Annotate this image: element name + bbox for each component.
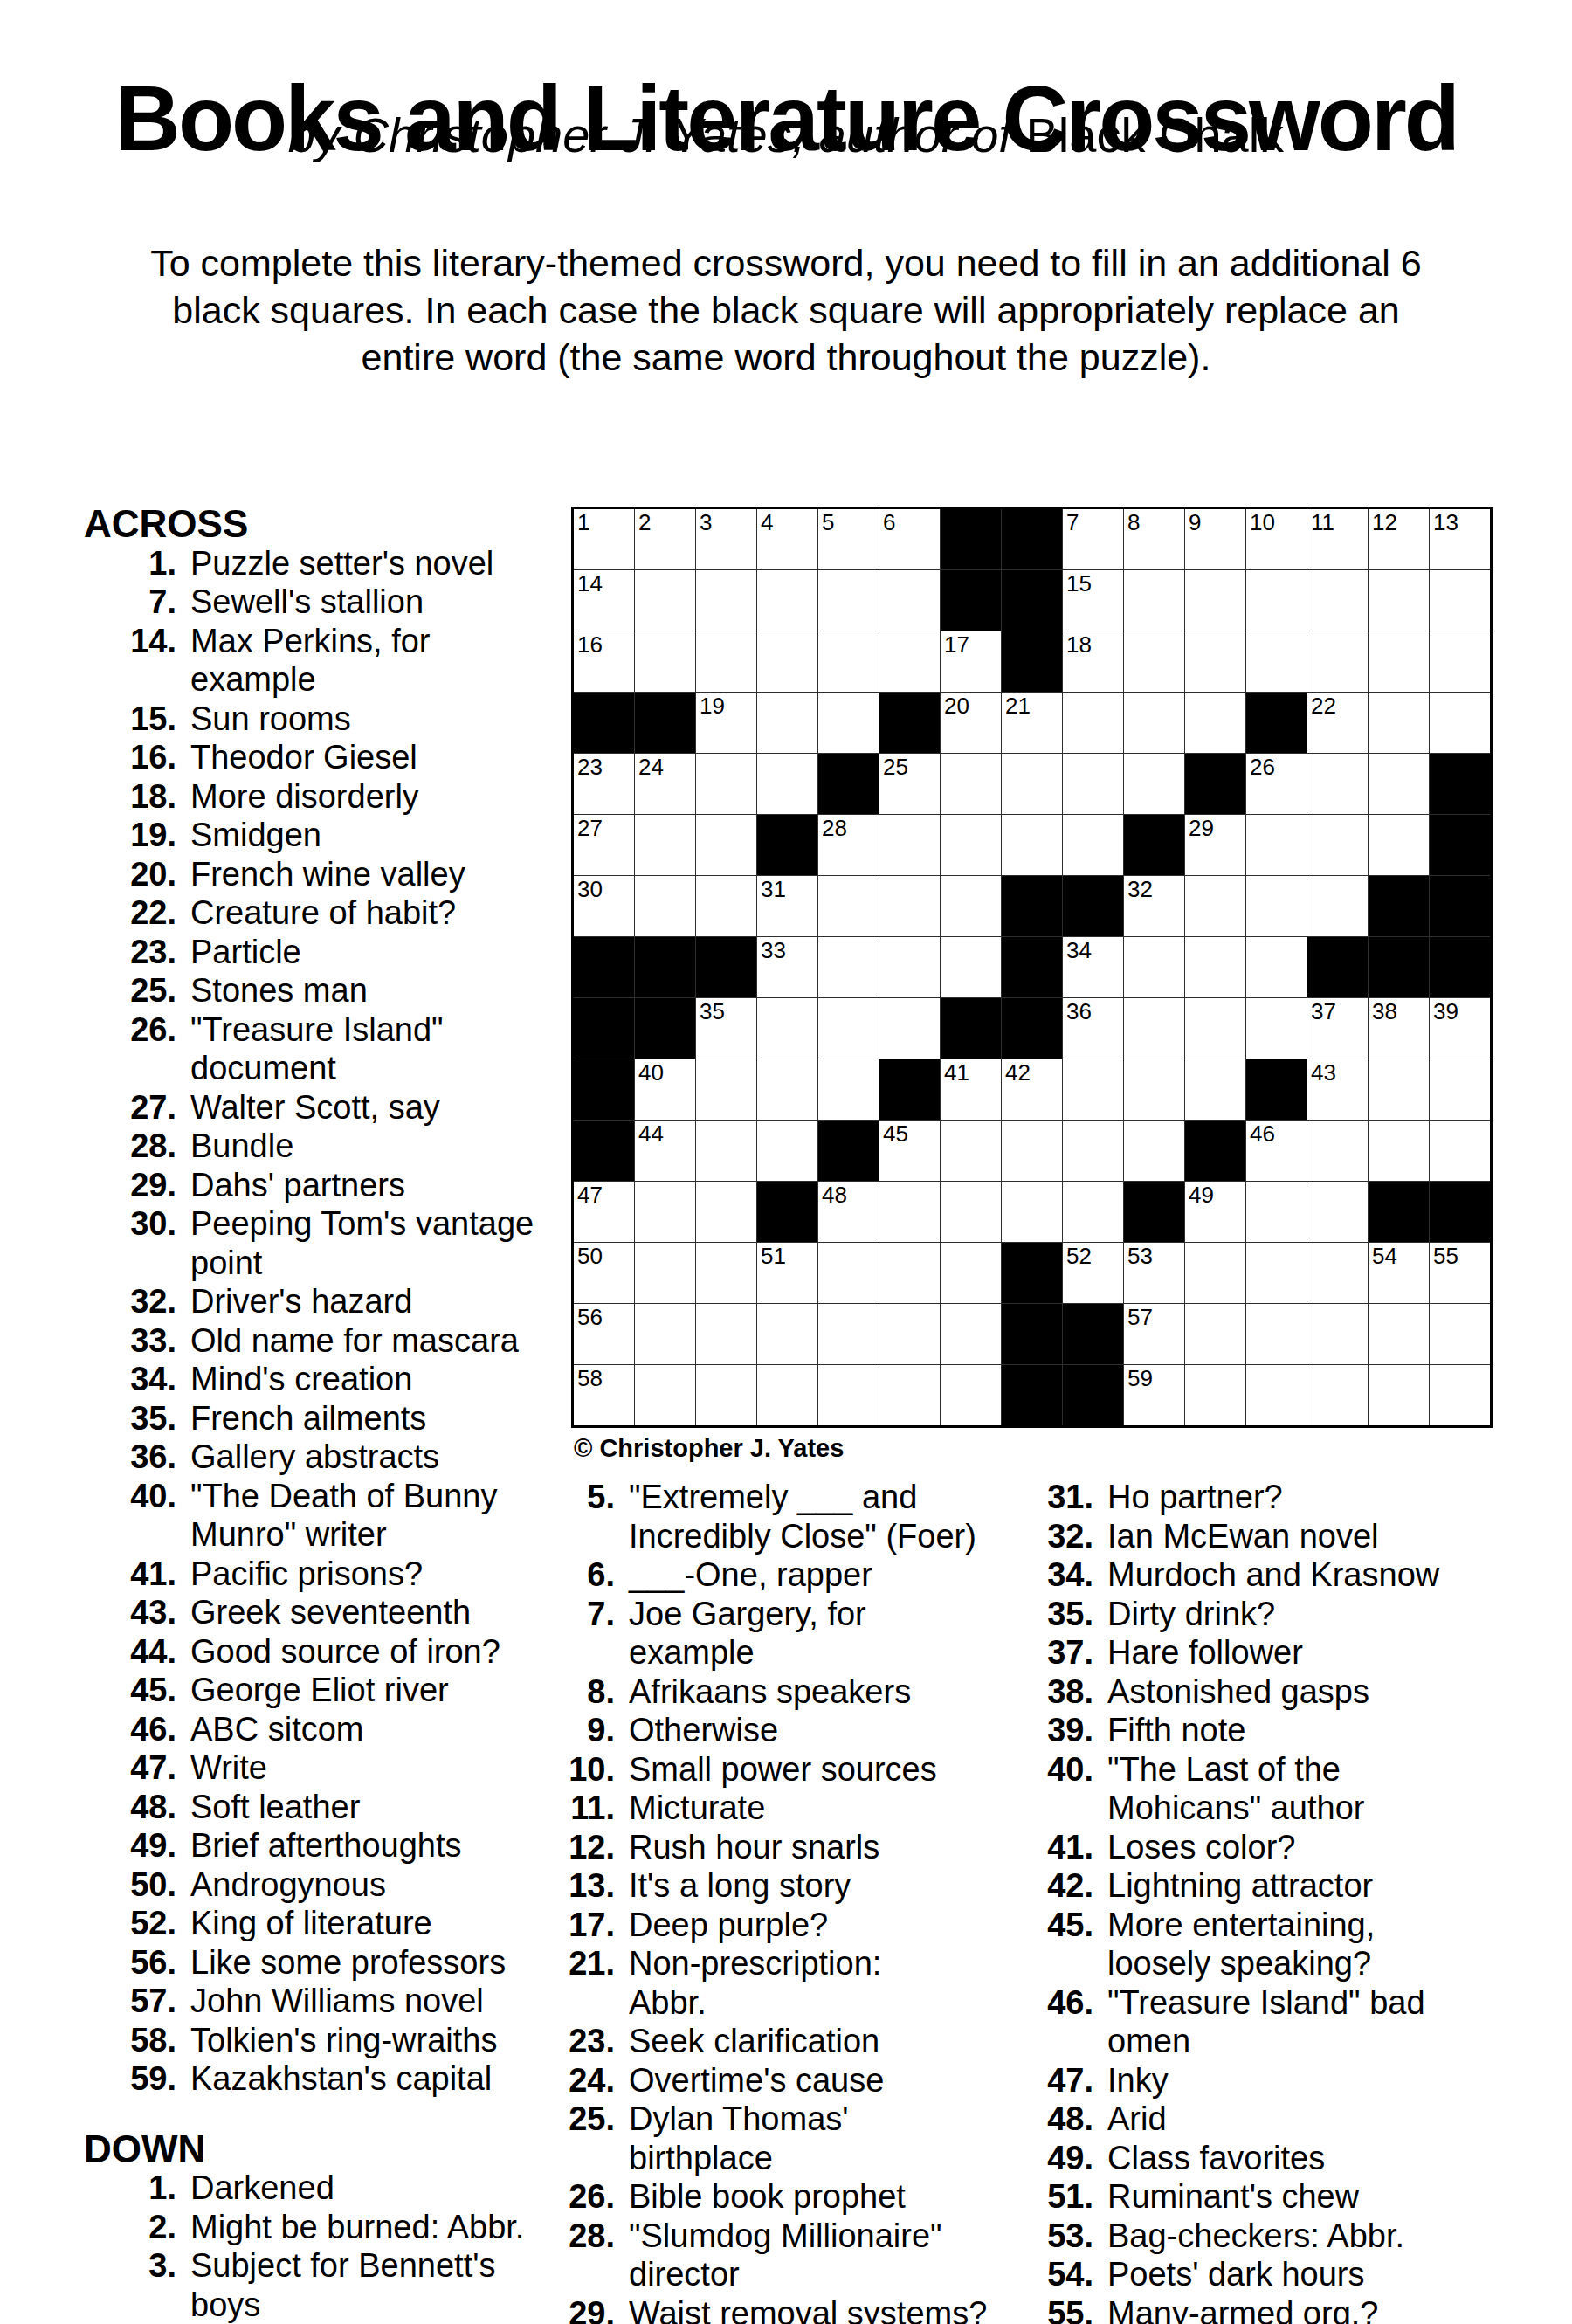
across-clue-49: 49.Brief afterthoughts [84,1826,566,1865]
cell-r11c7[interactable] [941,1121,1001,1181]
down-clue-text-8: Afrikaans speakers [629,1673,911,1710]
across-clue-text-1: Puzzle setter's novel [190,545,493,582]
cell-r11c3[interactable] [696,1121,756,1181]
cell-r8c10[interactable] [1124,937,1184,997]
cell-r11c14[interactable] [1369,1121,1429,1181]
down-clue-text-10: Small power sources [629,1751,937,1788]
cell-r10c7[interactable]: 41 [941,1059,1001,1120]
down-clues-column-middle: 5."Extremely ___ and Incredibly Close" (… [559,1478,1038,2324]
cell-r9c14[interactable]: 38 [1369,998,1429,1059]
cell-r11c15[interactable] [1430,1121,1490,1181]
cell-r11c4[interactable] [757,1121,817,1181]
cell-r6c8[interactable] [1002,815,1062,875]
cell-r2c6[interactable] [879,570,940,631]
black-square-r1c7 [941,509,1001,569]
cell-r4c4[interactable] [757,693,817,753]
across-clue-number-59: 59. [84,2059,176,2099]
black-square-r4c6 [879,693,940,753]
cell-r1c15[interactable]: 13 [1430,509,1490,569]
cell-r6c1[interactable]: 27 [574,815,634,875]
cell-r2c1[interactable]: 14 [574,570,634,631]
cell-r2c5[interactable] [818,570,879,631]
cell-r13c9[interactable]: 52 [1063,1243,1123,1303]
down-clue-35: 35.Dirty drink? [1038,1595,1565,1634]
cell-r7c11[interactable] [1185,876,1245,936]
down-clue-51: 51.Ruminant's chew [1038,2177,1565,2217]
cell-r7c4[interactable]: 31 [757,876,817,936]
cell-r7c6[interactable] [879,876,940,936]
across-clue-text-36: Gallery abstracts [190,1438,439,1475]
down-clue-text-2: Might be burned: Abbr. [190,2209,524,2245]
down-clue-text-3: Subject for Bennett's boys [190,2247,495,2323]
across-clue-number-58: 58. [84,2021,176,2060]
cell-r15c6[interactable] [879,1365,940,1425]
cell-r3c6[interactable] [879,631,940,692]
cell-r15c1[interactable]: 58 [574,1365,634,1425]
cell-r2c2[interactable] [635,570,695,631]
cell-r9c15[interactable]: 39 [1430,998,1490,1059]
down-clue-number-23: 23. [559,2022,615,2061]
cell-r15c13[interactable] [1307,1365,1368,1425]
across-clue-48: 48.Soft leather [84,1788,566,1827]
cell-r15c15[interactable] [1430,1365,1490,1425]
cell-r3c2[interactable] [635,631,695,692]
cell-number-38: 38 [1372,999,1397,1024]
cell-r6c11[interactable]: 29 [1185,815,1245,875]
cell-r10c4[interactable] [757,1059,817,1120]
cell-r2c11[interactable] [1185,570,1245,631]
cell-r12c8[interactable] [1002,1182,1062,1242]
cell-r1c11[interactable]: 9 [1185,509,1245,569]
across-clue-44: 44.Good source of iron? [84,1632,566,1672]
cell-r3c1[interactable]: 16 [574,631,634,692]
cell-r15c11[interactable] [1185,1365,1245,1425]
cell-r1c14[interactable]: 12 [1369,509,1429,569]
cell-r10c5[interactable] [818,1059,879,1120]
cell-r10c2[interactable]: 40 [635,1059,695,1120]
cell-r2c12[interactable] [1246,570,1307,631]
cell-r4c9[interactable] [1063,693,1123,753]
across-clue-number-27: 27. [84,1088,176,1128]
black-square-r9c1 [574,998,634,1059]
cell-r15c4[interactable] [757,1365,817,1425]
cell-r1c13[interactable]: 11 [1307,509,1368,569]
cell-r11c2[interactable]: 44 [635,1121,695,1181]
cell-r1c12[interactable]: 10 [1246,509,1307,569]
cell-r7c3[interactable] [696,876,756,936]
cell-r12c9[interactable] [1063,1182,1123,1242]
cell-r4c8[interactable]: 21 [1002,693,1062,753]
cell-r13c11[interactable] [1185,1243,1245,1303]
down-clue-number-1: 1. [84,2169,176,2208]
across-clue-text-23: Particle [190,934,301,970]
cell-r4c3[interactable]: 19 [696,693,756,753]
down-clue-text-45: More entertaining, loosely speaking? [1107,1907,1375,1983]
across-clue-text-20: French wine valley [190,856,465,893]
black-square-r6c4 [757,815,817,875]
cell-r10c14[interactable] [1369,1059,1429,1120]
cell-r8c9[interactable]: 34 [1063,937,1123,997]
black-square-r8c3 [696,937,756,997]
cell-r5c12[interactable]: 26 [1246,754,1307,814]
across-clue-text-52: King of literature [190,1905,432,1941]
cell-r13c1[interactable]: 50 [574,1243,634,1303]
across-clue-40: 40."The Death of Bunny Munro" writer [84,1477,566,1555]
across-clue-number-18: 18. [84,777,176,817]
black-square-r14c8 [1002,1304,1062,1364]
cell-r3c4[interactable] [757,631,817,692]
cell-r4c14[interactable] [1369,693,1429,753]
cell-r5c10[interactable] [1124,754,1184,814]
cell-r3c10[interactable] [1124,631,1184,692]
cell-number-59: 59 [1127,1366,1153,1390]
cell-r15c10[interactable]: 59 [1124,1365,1184,1425]
cell-r10c10[interactable] [1124,1059,1184,1120]
down-clue-21: 21.Non-prescription: Abbr. [559,1944,1038,2022]
cell-r14c4[interactable] [757,1304,817,1364]
down-clue-number-11: 11. [559,1789,615,1828]
cell-r1c5[interactable]: 5 [818,509,879,569]
across-clue-text-34: Mind's creation [190,1361,412,1397]
cell-r9c9[interactable]: 36 [1063,998,1123,1059]
cell-r2c10[interactable] [1124,570,1184,631]
cell-r6c5[interactable]: 28 [818,815,879,875]
cell-r6c6[interactable] [879,815,940,875]
cell-r12c3[interactable] [696,1182,756,1242]
across-clue-text-41: Pacific prisons? [190,1555,423,1592]
cell-r10c15[interactable] [1430,1059,1490,1120]
across-clue-number-44: 44. [84,1632,176,1672]
cell-number-28: 28 [822,816,847,840]
down-clue-48: 48.Arid [1038,2100,1565,2139]
cell-r11c8[interactable] [1002,1121,1062,1181]
black-square-r7c8 [1002,876,1062,936]
cell-r6c13[interactable] [1307,815,1368,875]
down-clue-17: 17.Deep purple? [559,1906,1038,1945]
cell-r12c13[interactable] [1307,1182,1368,1242]
cell-r6c9[interactable] [1063,815,1123,875]
across-clue-text-59: Kazakhstan's capital [190,2060,492,2097]
cell-r2c4[interactable] [757,570,817,631]
down-clue-number-47: 47. [1038,2061,1093,2100]
cell-r3c3[interactable] [696,631,756,692]
cell-r12c12[interactable] [1246,1182,1307,1242]
across-clue-25: 25.Stones man [84,971,566,1010]
across-clue-number-34: 34. [84,1360,176,1399]
cell-number-50: 50 [577,1244,603,1268]
cell-r14c5[interactable] [818,1304,879,1364]
cell-number-22: 22 [1311,693,1336,718]
across-clue-text-32: Driver's hazard [190,1283,412,1320]
cell-r3c15[interactable] [1430,631,1490,692]
cell-r6c12[interactable] [1246,815,1307,875]
cell-r6c2[interactable] [635,815,695,875]
cell-r3c9[interactable]: 18 [1063,631,1123,692]
down-clue-53: 53.Bag-checkers: Abbr. [1038,2217,1565,2256]
cell-r13c12[interactable] [1246,1243,1307,1303]
cell-r12c1[interactable]: 47 [574,1182,634,1242]
cell-r13c15[interactable]: 55 [1430,1243,1490,1303]
cell-r1c1[interactable]: 1 [574,509,634,569]
cell-r14c1[interactable]: 56 [574,1304,634,1364]
cell-number-6: 6 [883,510,895,534]
across-heading: ACROSS [84,505,566,544]
across-clue-number-15: 15. [84,700,176,739]
cell-r5c2[interactable]: 24 [635,754,695,814]
cell-r15c3[interactable] [696,1365,756,1425]
cell-r9c4[interactable] [757,998,817,1059]
across-clue-7: 7.Sewell's stallion [84,583,566,622]
black-square-r2c8 [1002,570,1062,631]
cell-r5c3[interactable] [696,754,756,814]
cell-r10c3[interactable] [696,1059,756,1120]
black-square-r7c9 [1063,876,1123,936]
cell-r8c5[interactable] [818,937,879,997]
cell-r3c7[interactable]: 17 [941,631,1001,692]
across-clue-number-50: 50. [84,1865,176,1905]
down-clue-text-35: Dirty drink? [1107,1596,1275,1632]
cell-r14c12[interactable] [1246,1304,1307,1364]
across-clue-text-28: Bundle [190,1128,293,1164]
cell-r5c9[interactable] [1063,754,1123,814]
cell-r14c2[interactable] [635,1304,695,1364]
cell-r13c5[interactable] [818,1243,879,1303]
black-square-r8c8 [1002,937,1062,997]
cell-number-57: 57 [1127,1305,1153,1329]
cell-r4c11[interactable] [1185,693,1245,753]
down-clue-1: 1.Darkened [84,2169,566,2208]
cell-r4c7[interactable]: 20 [941,693,1001,753]
cell-r2c3[interactable] [696,570,756,631]
down-clue-number-5: 5. [559,1478,615,1517]
cell-r7c10[interactable]: 32 [1124,876,1184,936]
cell-r15c14[interactable] [1369,1365,1429,1425]
cell-r14c14[interactable] [1369,1304,1429,1364]
black-square-r8c2 [635,937,695,997]
cell-r5c14[interactable] [1369,754,1429,814]
cell-r15c2[interactable] [635,1365,695,1425]
cell-r13c13[interactable] [1307,1243,1368,1303]
cell-number-30: 30 [577,877,603,901]
cell-r15c7[interactable] [941,1365,1001,1425]
down-clue-12: 12.Rush hour snarls [559,1828,1038,1867]
cell-r14c13[interactable] [1307,1304,1368,1364]
cell-r5c13[interactable] [1307,754,1368,814]
cell-r4c13[interactable]: 22 [1307,693,1368,753]
black-square-r10c12 [1246,1059,1307,1120]
cell-r14c7[interactable] [941,1304,1001,1364]
cell-r1c10[interactable]: 8 [1124,509,1184,569]
cell-r13c2[interactable] [635,1243,695,1303]
cell-r6c14[interactable] [1369,815,1429,875]
cell-r2c15[interactable] [1430,570,1490,631]
cell-r11c13[interactable] [1307,1121,1368,1181]
cell-r2c13[interactable] [1307,570,1368,631]
cell-r5c8[interactable] [1002,754,1062,814]
down-clue-text-46: "Treasure Island" bad omen [1107,1984,1425,2060]
cell-number-3: 3 [700,510,712,534]
cell-number-8: 8 [1127,510,1140,534]
down-clue-6: 6.___-One, rapper [559,1555,1038,1595]
across-clue-29: 29.Dahs' partners [84,1166,566,1205]
across-clue-text-16: Theodor Giesel [190,739,417,776]
cell-r2c9[interactable]: 15 [1063,570,1123,631]
cell-r14c10[interactable]: 57 [1124,1304,1184,1364]
cell-r6c7[interactable] [941,815,1001,875]
across-clue-58: 58.Tolkien's ring-wraiths [84,2021,566,2060]
across-clue-number-35: 35. [84,1399,176,1438]
cell-r7c12[interactable] [1246,876,1307,936]
down-clue-text-48: Arid [1107,2100,1167,2137]
cell-r4c10[interactable] [1124,693,1184,753]
cell-r4c15[interactable] [1430,693,1490,753]
down-clue-number-8: 8. [559,1672,615,1712]
down-clue-text-29: Waist removal systems? [629,2295,987,2324]
cell-r8c7[interactable] [941,937,1001,997]
cell-r7c7[interactable] [941,876,1001,936]
down-clue-2: 2.Might be burned: Abbr. [84,2208,566,2247]
cell-r9c13[interactable]: 37 [1307,998,1368,1059]
cell-r15c12[interactable] [1246,1365,1307,1425]
cell-r1c9[interactable]: 7 [1063,509,1123,569]
cell-r3c14[interactable] [1369,631,1429,692]
cell-number-29: 29 [1189,816,1214,840]
cell-r9c5[interactable] [818,998,879,1059]
down-clue-26: 26.Bible book prophet [559,2177,1038,2217]
down-clue-49: 49.Class favorites [1038,2139,1565,2178]
cell-r13c7[interactable] [941,1243,1001,1303]
black-square-r10c6 [879,1059,940,1120]
across-clue-number-47: 47. [84,1748,176,1788]
cell-r8c12[interactable] [1246,937,1307,997]
cell-r10c11[interactable] [1185,1059,1245,1120]
cell-r1c6[interactable]: 6 [879,509,940,569]
cell-r13c3[interactable] [696,1243,756,1303]
cell-r10c9[interactable] [1063,1059,1123,1120]
across-clue-36: 36.Gallery abstracts [84,1438,566,1477]
cell-r14c3[interactable] [696,1304,756,1364]
cell-number-55: 55 [1433,1244,1458,1268]
cell-r7c13[interactable] [1307,876,1368,936]
cell-r13c10[interactable]: 53 [1124,1243,1184,1303]
across-clue-text-25: Stones man [190,972,368,1009]
cell-r13c4[interactable]: 51 [757,1243,817,1303]
cell-r15c5[interactable] [818,1365,879,1425]
down-clue-29: 29.Waist removal systems? [559,2294,1038,2324]
down-clue-text-13: It's a long story [629,1867,851,1904]
cell-r5c4[interactable] [757,754,817,814]
cell-r3c12[interactable] [1246,631,1307,692]
cell-r9c6[interactable] [879,998,940,1059]
cell-r8c11[interactable] [1185,937,1245,997]
across-clue-14: 14.Max Perkins, for example [84,622,566,700]
cell-r11c6[interactable]: 45 [879,1121,940,1181]
cell-r7c2[interactable] [635,876,695,936]
cell-number-52: 52 [1066,1244,1092,1268]
cell-r11c10[interactable] [1124,1121,1184,1181]
cell-r10c8[interactable]: 42 [1002,1059,1062,1120]
down-clue-text-23: Seek clarification [629,2023,879,2059]
cell-r9c3[interactable]: 35 [696,998,756,1059]
cell-number-37: 37 [1311,999,1336,1024]
cell-r4c5[interactable] [818,693,879,753]
cell-r5c6[interactable]: 25 [879,754,940,814]
cell-r9c10[interactable] [1124,998,1184,1059]
cell-r8c6[interactable] [879,937,940,997]
cell-r12c6[interactable] [879,1182,940,1242]
across-clue-number-43: 43. [84,1593,176,1632]
cell-r6c3[interactable] [696,815,756,875]
cell-r11c9[interactable] [1063,1121,1123,1181]
across-clue-41: 41.Pacific prisons? [84,1555,566,1594]
cell-r12c2[interactable] [635,1182,695,1242]
cell-r14c11[interactable] [1185,1304,1245,1364]
cell-r14c6[interactable] [879,1304,940,1364]
cell-r10c13[interactable]: 43 [1307,1059,1368,1120]
black-square-r4c2 [635,693,695,753]
across-clue-35: 35.French ailments [84,1399,566,1438]
cell-number-2: 2 [638,510,651,534]
down-clue-number-35: 35. [1038,1595,1093,1634]
down-clue-text-55: Many-armed org.? [1107,2295,1378,2324]
across-clue-26: 26."Treasure Island" document [84,1010,566,1088]
down-clue-54: 54.Poets' dark hours [1038,2255,1565,2294]
cell-r3c5[interactable] [818,631,879,692]
cell-r13c14[interactable]: 54 [1369,1243,1429,1303]
cell-number-33: 33 [761,938,786,962]
cell-r5c7[interactable] [941,754,1001,814]
across-clue-text-35: French ailments [190,1400,426,1437]
down-clue-text-32: Ian McEwan novel [1107,1518,1379,1555]
cell-r9c12[interactable] [1246,998,1307,1059]
black-square-r6c10 [1124,815,1184,875]
cell-r1c4[interactable]: 4 [757,509,817,569]
cell-r13c6[interactable] [879,1243,940,1303]
down-clue-text-17: Deep purple? [629,1907,828,1943]
across-clue-46: 46.ABC sitcom [84,1710,566,1749]
cell-r3c11[interactable] [1185,631,1245,692]
black-square-r8c15 [1430,937,1490,997]
cell-r2c14[interactable] [1369,570,1429,631]
across-clue-47: 47.Write [84,1748,566,1788]
across-clue-text-57: John Williams novel [190,1983,484,2019]
cell-r12c11[interactable]: 49 [1185,1182,1245,1242]
cell-r1c3[interactable]: 3 [696,509,756,569]
cell-r12c5[interactable]: 48 [818,1182,879,1242]
cell-r9c11[interactable] [1185,998,1245,1059]
black-square-r4c12 [1246,693,1307,753]
down-clue-number-48: 48. [1038,2100,1093,2139]
cell-number-16: 16 [577,632,603,657]
down-clue-number-32: 32. [1038,1517,1093,1556]
cell-r7c5[interactable] [818,876,879,936]
cell-r12c7[interactable] [941,1182,1001,1242]
cell-r11c12[interactable]: 46 [1246,1121,1307,1181]
cell-number-18: 18 [1066,632,1092,657]
down-clue-text-47: Inky [1107,2062,1169,2099]
cell-r3c13[interactable] [1307,631,1368,692]
cell-number-19: 19 [700,693,725,718]
across-clue-number-41: 41. [84,1555,176,1594]
black-square-r5c15 [1430,754,1490,814]
cell-r14c15[interactable] [1430,1304,1490,1364]
cell-r5c1[interactable]: 23 [574,754,634,814]
cell-number-48: 48 [822,1183,847,1207]
cell-r7c1[interactable]: 30 [574,876,634,936]
cell-r1c2[interactable]: 2 [635,509,695,569]
across-clue-45: 45.George Eliot river [84,1671,566,1710]
cell-r8c4[interactable]: 33 [757,937,817,997]
